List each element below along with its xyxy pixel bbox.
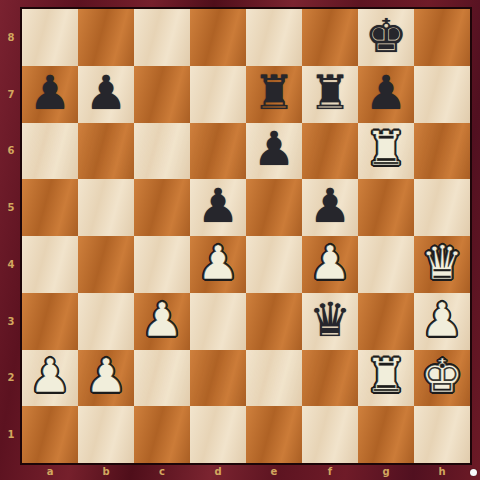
black-pawn[interactable]: ♟ bbox=[253, 125, 295, 172]
square-h6[interactable] bbox=[414, 123, 470, 180]
square-f7[interactable]: ♜ bbox=[302, 66, 358, 123]
square-a7[interactable]: ♟ bbox=[22, 66, 78, 123]
square-e1[interactable] bbox=[246, 406, 302, 463]
rank-label-2: 2 bbox=[0, 350, 22, 407]
rank-label-4: 4 bbox=[0, 236, 22, 293]
black-king[interactable]: ♚ bbox=[365, 12, 407, 59]
square-a5[interactable] bbox=[22, 179, 78, 236]
square-e8[interactable] bbox=[246, 9, 302, 66]
black-pawn[interactable]: ♟ bbox=[29, 69, 71, 116]
square-f8[interactable] bbox=[302, 9, 358, 66]
square-b6[interactable] bbox=[78, 123, 134, 180]
white-pawn[interactable]: ♟ bbox=[421, 296, 463, 343]
file-label-e: e bbox=[246, 463, 302, 480]
square-g6[interactable]: ♜ bbox=[358, 123, 414, 180]
square-h7[interactable] bbox=[414, 66, 470, 123]
square-b2[interactable]: ♟ bbox=[78, 350, 134, 407]
square-c7[interactable] bbox=[134, 66, 190, 123]
square-d3[interactable] bbox=[190, 293, 246, 350]
white-pawn[interactable]: ♟ bbox=[197, 239, 239, 286]
square-h1[interactable] bbox=[414, 406, 470, 463]
square-e5[interactable] bbox=[246, 179, 302, 236]
square-c4[interactable] bbox=[134, 236, 190, 293]
square-e7[interactable]: ♜ bbox=[246, 66, 302, 123]
white-rook[interactable]: ♜ bbox=[365, 125, 407, 172]
square-h8[interactable] bbox=[414, 9, 470, 66]
white-king[interactable]: ♚ bbox=[421, 352, 463, 399]
black-queen[interactable]: ♛ bbox=[309, 296, 351, 343]
square-f3[interactable]: ♛ bbox=[302, 293, 358, 350]
square-b7[interactable]: ♟ bbox=[78, 66, 134, 123]
square-c2[interactable] bbox=[134, 350, 190, 407]
square-h5[interactable] bbox=[414, 179, 470, 236]
square-e4[interactable] bbox=[246, 236, 302, 293]
square-b3[interactable] bbox=[78, 293, 134, 350]
rank-label-7: 7 bbox=[0, 66, 22, 123]
square-e3[interactable] bbox=[246, 293, 302, 350]
black-pawn[interactable]: ♟ bbox=[309, 182, 351, 229]
square-f5[interactable]: ♟ bbox=[302, 179, 358, 236]
side-to-move-indicator bbox=[470, 469, 477, 476]
square-f4[interactable]: ♟ bbox=[302, 236, 358, 293]
white-rook[interactable]: ♜ bbox=[365, 352, 407, 399]
square-e6[interactable]: ♟ bbox=[246, 123, 302, 180]
square-a6[interactable] bbox=[22, 123, 78, 180]
file-label-b: b bbox=[78, 463, 134, 480]
rank-label-3: 3 bbox=[0, 293, 22, 350]
file-label-c: c bbox=[134, 463, 190, 480]
rank-label-6: 6 bbox=[0, 123, 22, 180]
square-a4[interactable] bbox=[22, 236, 78, 293]
file-label-f: f bbox=[302, 463, 358, 480]
square-g4[interactable] bbox=[358, 236, 414, 293]
square-f6[interactable] bbox=[302, 123, 358, 180]
file-label-d: d bbox=[190, 463, 246, 480]
square-a1[interactable] bbox=[22, 406, 78, 463]
square-c8[interactable] bbox=[134, 9, 190, 66]
square-c1[interactable] bbox=[134, 406, 190, 463]
black-pawn[interactable]: ♟ bbox=[85, 69, 127, 116]
square-c6[interactable] bbox=[134, 123, 190, 180]
square-d8[interactable] bbox=[190, 9, 246, 66]
square-g7[interactable]: ♟ bbox=[358, 66, 414, 123]
square-a8[interactable] bbox=[22, 9, 78, 66]
square-g5[interactable] bbox=[358, 179, 414, 236]
white-pawn[interactable]: ♟ bbox=[85, 352, 127, 399]
square-b4[interactable] bbox=[78, 236, 134, 293]
square-d6[interactable] bbox=[190, 123, 246, 180]
square-d7[interactable] bbox=[190, 66, 246, 123]
file-labels: abcdefgh bbox=[22, 463, 470, 480]
square-b1[interactable] bbox=[78, 406, 134, 463]
square-d2[interactable] bbox=[190, 350, 246, 407]
file-label-g: g bbox=[358, 463, 414, 480]
white-queen[interactable]: ♛ bbox=[421, 239, 463, 286]
square-d4[interactable]: ♟ bbox=[190, 236, 246, 293]
square-g1[interactable] bbox=[358, 406, 414, 463]
rank-label-1: 1 bbox=[0, 406, 22, 463]
square-c3[interactable]: ♟ bbox=[134, 293, 190, 350]
square-c5[interactable] bbox=[134, 179, 190, 236]
file-label-a: a bbox=[22, 463, 78, 480]
chess-board-frame: ♚♟♟♜♜♟♟♜♟♟♟♟♛♟♛♟♟♟♜♚ 87654321 abcdefgh bbox=[0, 0, 480, 480]
black-pawn[interactable]: ♟ bbox=[197, 182, 239, 229]
square-h3[interactable]: ♟ bbox=[414, 293, 470, 350]
square-h2[interactable]: ♚ bbox=[414, 350, 470, 407]
square-b8[interactable] bbox=[78, 9, 134, 66]
white-pawn[interactable]: ♟ bbox=[309, 239, 351, 286]
black-pawn[interactable]: ♟ bbox=[365, 69, 407, 116]
square-b5[interactable] bbox=[78, 179, 134, 236]
square-d1[interactable] bbox=[190, 406, 246, 463]
white-pawn[interactable]: ♟ bbox=[29, 352, 71, 399]
black-rook[interactable]: ♜ bbox=[253, 69, 295, 116]
square-g2[interactable]: ♜ bbox=[358, 350, 414, 407]
square-f1[interactable] bbox=[302, 406, 358, 463]
chess-board: ♚♟♟♜♜♟♟♜♟♟♟♟♛♟♛♟♟♟♜♚ bbox=[22, 9, 470, 463]
white-pawn[interactable]: ♟ bbox=[141, 296, 183, 343]
rank-label-5: 5 bbox=[0, 179, 22, 236]
square-g8[interactable]: ♚ bbox=[358, 9, 414, 66]
square-a2[interactable]: ♟ bbox=[22, 350, 78, 407]
rank-labels: 87654321 bbox=[0, 9, 22, 463]
square-d5[interactable]: ♟ bbox=[190, 179, 246, 236]
square-g3[interactable] bbox=[358, 293, 414, 350]
square-f2[interactable] bbox=[302, 350, 358, 407]
black-rook[interactable]: ♜ bbox=[309, 69, 351, 116]
square-h4[interactable]: ♛ bbox=[414, 236, 470, 293]
square-e2[interactable] bbox=[246, 350, 302, 407]
rank-label-8: 8 bbox=[0, 9, 22, 66]
square-a3[interactable] bbox=[22, 293, 78, 350]
file-label-h: h bbox=[414, 463, 470, 480]
